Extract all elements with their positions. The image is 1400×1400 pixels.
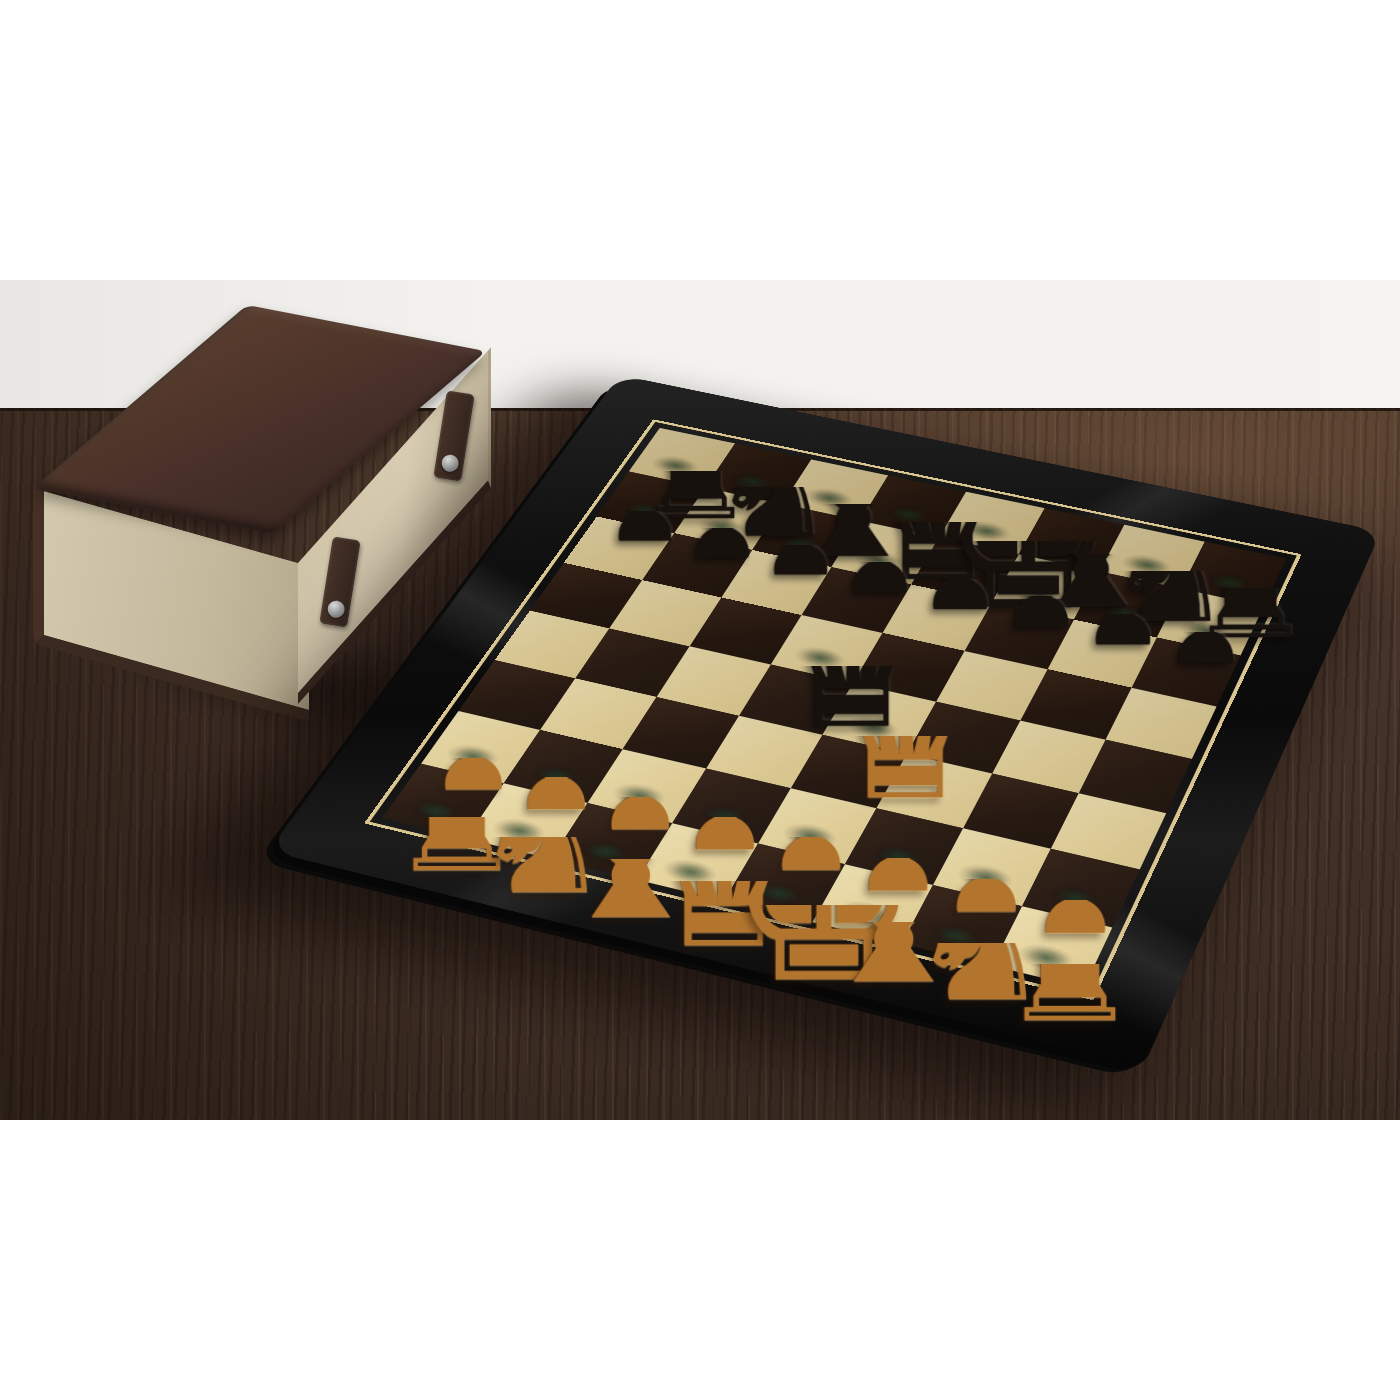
snap-button-icon xyxy=(440,454,459,473)
square-d3 xyxy=(706,716,822,789)
piece-shadow xyxy=(779,635,865,678)
piece-shadow xyxy=(391,786,483,834)
square-h3 xyxy=(1051,793,1166,869)
piece-shadow xyxy=(760,523,843,563)
piece-shadow xyxy=(733,867,825,917)
piece-shadow xyxy=(854,831,945,880)
piece-shadow xyxy=(681,791,772,839)
piece-shadow xyxy=(821,888,914,939)
board-grid: ♜♞♝♛♚♝♞♜♟♟♟♟♟♟♟♟♛♛♟♟♟♟♟♟♟♟♜♞♝♛♚♝♞♜ xyxy=(382,428,1286,988)
piece-shadow xyxy=(475,806,567,854)
piece-shadow xyxy=(831,704,918,749)
photo-area: ♜♞♝♛♚♝♞♜♟♟♟♟♟♟♟♟♛♛♟♟♟♟♟♟♟♟♜♞♝♛♚♝♞♜ xyxy=(0,280,1400,1120)
snap-button-icon xyxy=(326,600,345,619)
square-a3 xyxy=(459,660,576,730)
piece-shadow xyxy=(911,909,1004,960)
square-d5: ♛ xyxy=(771,615,883,683)
product-photo-chess-set: Overhead product photo of an antique Eng… xyxy=(0,0,1400,1400)
square-d2: ♟ xyxy=(672,769,791,844)
piece-shadow xyxy=(646,846,738,896)
square-c3 xyxy=(623,697,739,769)
piece-shadow xyxy=(1001,930,1094,982)
piece-shadow xyxy=(767,811,858,859)
piece-shadow xyxy=(560,826,652,875)
piece-shadow xyxy=(1031,872,1122,922)
